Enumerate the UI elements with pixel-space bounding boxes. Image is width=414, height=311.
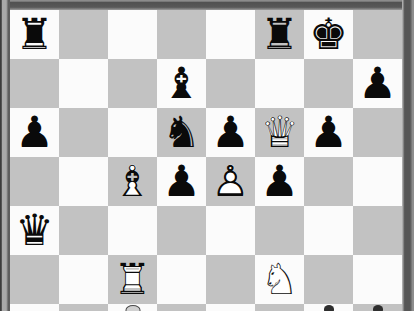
square-h3[interactable]	[353, 255, 402, 304]
board-frame-left	[0, 0, 10, 311]
square-h4[interactable]	[353, 206, 402, 255]
square-c5[interactable]: ♝♗	[108, 157, 157, 206]
white-pawn[interactable]: ♙	[206, 157, 255, 206]
square-b5[interactable]	[59, 157, 108, 206]
black-knight[interactable]: ♞	[157, 108, 206, 157]
square-c8[interactable]	[108, 10, 157, 59]
black-pawn[interactable]: ♟	[304, 108, 353, 157]
square-e3[interactable]	[206, 255, 255, 304]
white-knight[interactable]: ♘	[255, 255, 304, 304]
cropped-piece-top-g2	[324, 305, 334, 311]
square-e4[interactable]	[206, 206, 255, 255]
black-pawn[interactable]: ♟	[255, 157, 304, 206]
square-f6[interactable]: ♛♕	[255, 108, 304, 157]
square-g7[interactable]	[304, 59, 353, 108]
square-h6[interactable]	[353, 108, 402, 157]
square-b7[interactable]	[59, 59, 108, 108]
square-a2[interactable]	[10, 304, 59, 311]
square-e7[interactable]	[206, 59, 255, 108]
square-b4[interactable]	[59, 206, 108, 255]
black-pawn[interactable]: ♟	[157, 157, 206, 206]
black-king[interactable]: ♚	[304, 10, 353, 59]
square-b2[interactable]	[59, 304, 108, 311]
square-e8[interactable]	[206, 10, 255, 59]
square-c6[interactable]	[108, 108, 157, 157]
square-a6[interactable]: ♟	[10, 108, 59, 157]
square-g5[interactable]	[304, 157, 353, 206]
square-h7[interactable]: ♟	[353, 59, 402, 108]
cropped-piece-top-c2	[125, 305, 140, 311]
square-f5[interactable]: ♟	[255, 157, 304, 206]
square-d8[interactable]	[157, 10, 206, 59]
square-f2[interactable]	[255, 304, 304, 311]
white-queen[interactable]: ♕	[255, 108, 304, 157]
square-f7[interactable]	[255, 59, 304, 108]
board-frame-top	[0, 0, 414, 10]
square-d5[interactable]: ♟	[157, 157, 206, 206]
square-b8[interactable]	[59, 10, 108, 59]
board-frame-right	[402, 0, 414, 311]
square-b3[interactable]	[59, 255, 108, 304]
black-pawn[interactable]: ♟	[206, 108, 255, 157]
square-a8[interactable]: ♜	[10, 10, 59, 59]
board-grid: ♜♜♚♝♟♟♞♟♛♕♟♝♗♟♟♙♟♛♜♖♞♘	[10, 10, 402, 311]
square-e2[interactable]	[206, 304, 255, 311]
square-b6[interactable]	[59, 108, 108, 157]
white-rook[interactable]: ♖	[108, 255, 157, 304]
black-bishop[interactable]: ♝	[157, 59, 206, 108]
black-pawn[interactable]: ♟	[353, 59, 402, 108]
square-c7[interactable]	[108, 59, 157, 108]
square-c4[interactable]	[108, 206, 157, 255]
black-queen[interactable]: ♛	[10, 206, 59, 255]
square-d3[interactable]	[157, 255, 206, 304]
square-d7[interactable]: ♝	[157, 59, 206, 108]
square-f3[interactable]: ♞♘	[255, 255, 304, 304]
square-d2[interactable]	[157, 304, 206, 311]
square-h8[interactable]	[353, 10, 402, 59]
square-f8[interactable]: ♜	[255, 10, 304, 59]
square-a3[interactable]	[10, 255, 59, 304]
chess-board-diagram: ♜♜♚♝♟♟♞♟♛♕♟♝♗♟♟♙♟♛♜♖♞♘	[0, 0, 414, 311]
black-pawn[interactable]: ♟	[10, 108, 59, 157]
cropped-piece-top-h2	[373, 305, 383, 311]
square-e6[interactable]: ♟	[206, 108, 255, 157]
square-g4[interactable]	[304, 206, 353, 255]
square-g6[interactable]: ♟	[304, 108, 353, 157]
square-a7[interactable]	[10, 59, 59, 108]
square-c2[interactable]	[108, 304, 157, 311]
square-f4[interactable]	[255, 206, 304, 255]
square-h2[interactable]	[353, 304, 402, 311]
square-g8[interactable]: ♚	[304, 10, 353, 59]
square-a4[interactable]: ♛	[10, 206, 59, 255]
square-g2[interactable]	[304, 304, 353, 311]
square-d6[interactable]: ♞	[157, 108, 206, 157]
black-rook[interactable]: ♜	[10, 10, 59, 59]
square-g3[interactable]	[304, 255, 353, 304]
square-h5[interactable]	[353, 157, 402, 206]
square-e5[interactable]: ♟♙	[206, 157, 255, 206]
square-d4[interactable]	[157, 206, 206, 255]
square-a5[interactable]	[10, 157, 59, 206]
white-bishop[interactable]: ♗	[108, 157, 157, 206]
black-rook[interactable]: ♜	[255, 10, 304, 59]
square-c3[interactable]: ♜♖	[108, 255, 157, 304]
